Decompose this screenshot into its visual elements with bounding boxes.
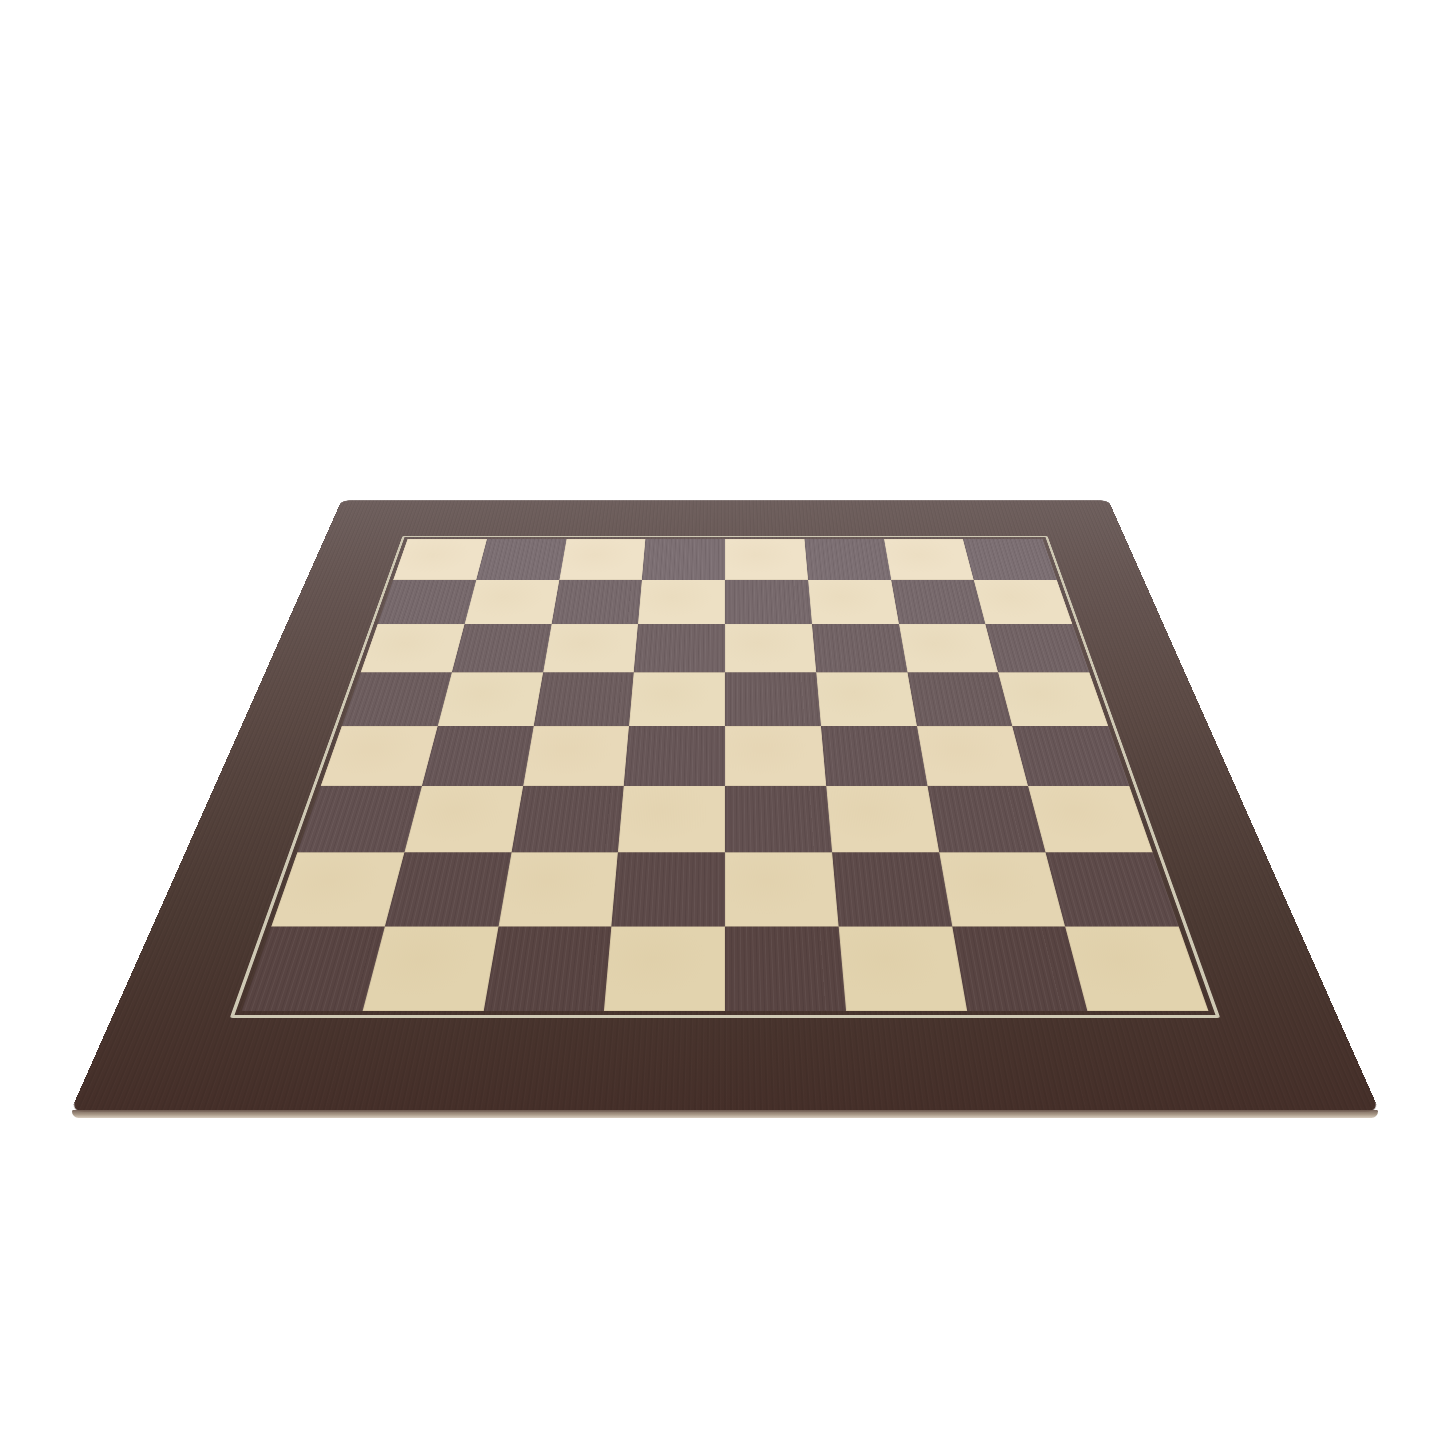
square-e6 [725,624,816,673]
square-h6 [985,624,1089,673]
square-d7 [638,580,725,624]
square-e5 [725,673,821,727]
square-b5 [438,673,543,727]
square-d4 [624,726,725,786]
square-d6 [634,624,725,673]
square-c5 [533,673,634,727]
square-f1 [838,927,966,1011]
square-a1 [242,927,385,1011]
square-e4 [725,726,826,786]
square-d8 [642,539,725,579]
square-a2 [271,852,404,927]
square-f8 [804,539,890,579]
square-g4 [917,726,1029,786]
square-b8 [476,539,566,579]
square-c6 [543,624,638,673]
square-c2 [498,852,618,927]
square-f4 [821,726,927,786]
square-f7 [808,580,899,624]
square-h8 [963,539,1057,579]
square-c8 [559,539,645,579]
square-d3 [618,786,725,852]
square-e7 [725,580,812,624]
square-g5 [907,673,1012,727]
square-h5 [998,673,1108,727]
square-c7 [551,580,642,624]
square-e3 [725,786,832,852]
square-c1 [483,927,611,1011]
square-e1 [725,927,846,1011]
square-a3 [297,786,421,852]
board-squares [242,539,1209,1011]
square-h4 [1012,726,1129,786]
square-d5 [629,673,725,727]
square-g1 [952,927,1088,1011]
square-b4 [422,726,534,786]
square-d1 [604,927,725,1011]
square-a8 [393,539,487,579]
square-a5 [342,673,452,727]
square-h3 [1028,786,1152,852]
square-d2 [612,852,725,927]
square-c4 [523,726,629,786]
square-f2 [832,852,952,927]
square-b3 [404,786,523,852]
square-g7 [891,580,986,624]
square-e8 [725,539,808,579]
square-f6 [812,624,907,673]
square-g8 [884,539,974,579]
square-g2 [939,852,1066,927]
square-g6 [899,624,999,673]
board-bottom-edge [72,1110,1378,1118]
square-h2 [1046,852,1179,927]
square-h1 [1065,927,1208,1011]
chess-board [70,500,1380,1112]
square-b2 [385,852,512,927]
square-b1 [362,927,498,1011]
product-photo-canvas [0,0,1440,1440]
square-f3 [826,786,939,852]
square-a6 [361,624,465,673]
square-b6 [452,624,552,673]
square-c3 [511,786,624,852]
square-a7 [378,580,477,624]
square-h7 [974,580,1073,624]
square-e2 [725,852,838,927]
square-g3 [927,786,1046,852]
square-a4 [321,726,438,786]
square-b7 [465,580,560,624]
square-f5 [816,673,917,727]
